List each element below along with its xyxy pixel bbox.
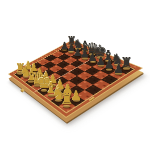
black-pawn-glyph: ♟ — [113, 63, 124, 75]
chess-set-photo: Starting position ♜♞♝♛♚♝♞♜♟♟♟♟♟♟♟♟♟♟♟♟♟♟… — [0, 0, 150, 150]
pieces-layer: ♜♞♝♛♚♝♞♜♟♟♟♟♟♟♟♟♟♟♟♟♟♟♟♟♜♞♝♛♚♝♞♜ — [0, 0, 150, 150]
white-rook-glyph: ♜ — [60, 92, 73, 107]
